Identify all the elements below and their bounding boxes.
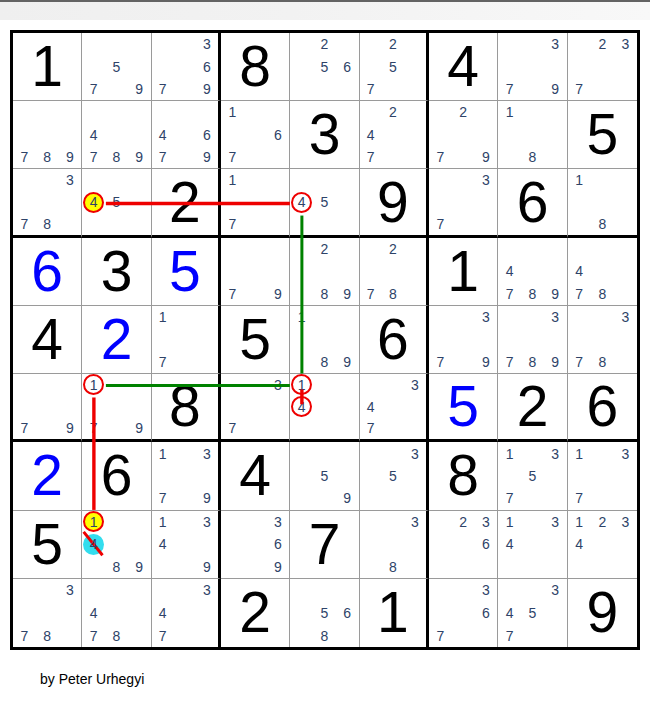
cand-slot-9: 9	[336, 487, 359, 509]
candidate-digit: 9	[551, 354, 559, 370]
candidate-grid: 789	[13, 101, 81, 168]
cand-slot-3	[544, 101, 567, 123]
cand-slot-7: 7	[498, 78, 521, 100]
cand-slot-8	[174, 78, 196, 100]
cell-r3c2[interactable]: 45	[82, 169, 151, 237]
candidate-grid: 35	[360, 442, 426, 509]
cand-slot-6	[614, 55, 637, 77]
cell-r3c3[interactable]: 2	[152, 169, 221, 237]
cand-slot-9	[404, 555, 426, 577]
cand-slot-2: 2	[382, 101, 404, 123]
candidate-digit: 2	[389, 241, 397, 257]
cand-slot-5	[591, 465, 614, 487]
cand-slot-4	[221, 260, 244, 282]
cell-r6c6[interactable]: 347	[360, 374, 429, 442]
cand-slot-6	[128, 396, 151, 418]
candidate-digit: 7	[228, 149, 236, 165]
cand-slot-1	[360, 33, 382, 55]
cand-slot-8: 8	[36, 146, 59, 168]
cell-r9c8[interactable]: 3457	[498, 579, 567, 647]
cell-r8c4[interactable]: 369	[221, 511, 290, 579]
cell-r4c4[interactable]: 79	[221, 238, 290, 306]
cand-slot-6	[128, 533, 151, 555]
cell-r7c1[interactable]: 2	[13, 442, 82, 510]
cand-slot-3: 3	[544, 511, 567, 533]
cell-r8c2[interactable]: 1489	[82, 511, 151, 579]
candidate-digit: 9	[66, 420, 74, 436]
cell-r5c5[interactable]: 189	[290, 306, 359, 374]
cand-slot-5	[36, 396, 59, 418]
cell-r6c8[interactable]: 2	[498, 374, 567, 442]
cand-slot-6	[336, 260, 359, 282]
candidate-digit: 8	[389, 286, 397, 302]
cand-slot-6	[128, 602, 151, 625]
cell-r1c8[interactable]: 379	[498, 33, 567, 101]
cell-r3c8[interactable]: 6	[498, 169, 567, 237]
cand-slot-4: 4	[498, 260, 521, 282]
cand-slot-7: 7	[429, 624, 452, 647]
candidate-grid: 79	[221, 238, 289, 305]
candidate-digit: 1	[90, 377, 98, 393]
cell-r2c3[interactable]: 4679	[152, 101, 221, 169]
cand-slot-8: 8	[382, 282, 404, 304]
cand-slot-9: 9	[267, 555, 290, 577]
candidate-digit: 4	[159, 536, 167, 552]
cand-slot-7: 7	[13, 418, 36, 440]
candidate-digit: 7	[575, 286, 583, 302]
cand-slot-1	[360, 374, 382, 396]
candidate-grid: 257	[360, 33, 426, 100]
candidate-digit: 5	[321, 468, 329, 484]
cand-slot-2	[244, 101, 267, 123]
candidate-grid: 1379	[152, 442, 218, 509]
cand-slot-4	[429, 602, 452, 625]
cell-r7c9[interactable]: 137	[568, 442, 637, 510]
candidate-digit: 7	[506, 354, 514, 370]
candidate-grid: 478	[82, 579, 150, 647]
cand-slot-7: 7	[568, 351, 591, 373]
candidate-grid: 236	[429, 511, 497, 578]
cand-slot-3	[59, 374, 82, 396]
cell-r9c5[interactable]: 568	[290, 579, 359, 647]
cand-slot-6: 6	[267, 124, 290, 146]
cand-slot-8	[174, 351, 196, 373]
cell-r5c4[interactable]: 5	[221, 306, 290, 374]
cand-slot-5	[591, 191, 614, 213]
cell-r1c5[interactable]: 256	[290, 33, 359, 101]
cand-slot-6	[404, 55, 426, 77]
cand-slot-8	[591, 78, 614, 100]
cell-r4c5[interactable]: 289	[290, 238, 359, 306]
cell-r3c1[interactable]: 378	[13, 169, 82, 237]
cell-r5c7[interactable]: 379	[429, 306, 498, 374]
cand-slot-4	[13, 191, 36, 213]
cand-slot-3	[336, 33, 359, 55]
cand-slot-1: 1	[152, 511, 174, 533]
cell-r8c6[interactable]: 38	[360, 511, 429, 579]
cell-r4c6[interactable]: 278	[360, 238, 429, 306]
cell-r6c7[interactable]: 5	[429, 374, 498, 442]
candidate-grid: 14	[290, 374, 358, 439]
cand-slot-2	[244, 169, 267, 191]
cell-r1c2[interactable]: 579	[82, 33, 151, 101]
cand-slot-4: 4	[152, 533, 174, 555]
cell-r5c2[interactable]: 2	[82, 306, 151, 374]
candidate-grid: 1357	[498, 442, 566, 509]
cell-r9c6[interactable]: 1	[360, 579, 429, 647]
given-digit: 1	[377, 584, 409, 641]
cand-slot-7	[290, 418, 313, 440]
candidate-digit: 7	[506, 628, 514, 644]
candidate-grid: 568	[290, 579, 358, 647]
cell-r8c5[interactable]: 7	[290, 511, 359, 579]
cand-slot-5	[591, 533, 614, 555]
cell-r5c1[interactable]: 4	[13, 306, 82, 374]
cand-slot-6	[336, 465, 359, 487]
cell-r8c8[interactable]: 134	[498, 511, 567, 579]
cand-slot-3: 3	[614, 442, 637, 464]
cand-slot-6	[544, 533, 567, 555]
cand-slot-9	[614, 213, 637, 235]
cell-r7c5[interactable]: 59	[290, 442, 359, 510]
cell-r1c9[interactable]: 237	[568, 33, 637, 101]
candidate-digit: 1	[575, 172, 583, 188]
cand-slot-1	[360, 238, 382, 260]
cand-slot-1: 1	[498, 511, 521, 533]
candidate-grid: 247	[360, 101, 426, 168]
cell-r4c9[interactable]: 478	[568, 238, 637, 306]
cand-slot-6	[267, 396, 290, 418]
cand-slot-7	[360, 555, 382, 577]
cand-slot-7	[152, 555, 174, 577]
cand-slot-1: 1	[82, 511, 105, 533]
cell-r2c8[interactable]: 18	[498, 101, 567, 169]
cand-slot-7: 7	[498, 351, 521, 373]
cell-r2c4[interactable]: 167	[221, 101, 290, 169]
cand-slot-1	[429, 579, 452, 602]
candidate-grid: 347	[152, 579, 218, 647]
cell-r3c4[interactable]: 17	[221, 169, 290, 237]
cand-slot-2	[382, 511, 404, 533]
cell-r3c9[interactable]: 18	[568, 169, 637, 237]
cand-slot-4	[360, 533, 382, 555]
cand-slot-7	[290, 487, 313, 509]
given-digit: 6	[517, 174, 549, 231]
cell-r2c9[interactable]: 5	[568, 101, 637, 169]
cand-slot-8	[382, 146, 404, 168]
cand-slot-6	[404, 533, 426, 555]
candidate-grid: 278	[360, 238, 426, 305]
candidate-digit: 7	[159, 490, 167, 506]
cand-slot-4	[221, 396, 244, 418]
cand-slot-9	[544, 146, 567, 168]
cand-slot-3	[336, 374, 359, 396]
cell-r4c2[interactable]: 3	[82, 238, 151, 306]
candidate-grid: 79	[13, 374, 81, 439]
candidate-grid: 45	[82, 169, 150, 234]
candidate-digit: 7	[90, 149, 98, 165]
cand-slot-1: 1	[290, 306, 313, 328]
cand-slot-2	[105, 374, 128, 396]
cand-slot-4	[13, 124, 36, 146]
cand-slot-5	[591, 55, 614, 77]
given-digit: 6	[377, 311, 409, 368]
cell-r7c6[interactable]: 35	[360, 442, 429, 510]
given-digit: 5	[586, 106, 618, 163]
cand-slot-3	[267, 238, 290, 260]
cand-slot-4	[498, 465, 521, 487]
credit-text: by Peter Urhegyi	[40, 671, 144, 687]
cell-r9c4[interactable]: 2	[221, 579, 290, 647]
cand-slot-2: 2	[382, 238, 404, 260]
cell-r8c1[interactable]: 5	[13, 511, 82, 579]
cell-r6c2[interactable]: 179	[82, 374, 151, 442]
candidate-digit: 7	[367, 420, 375, 436]
given-digit: 9	[586, 584, 618, 641]
cand-slot-7: 7	[152, 487, 174, 509]
cand-slot-7: 7	[360, 78, 382, 100]
candidate-digit: 4	[367, 127, 375, 143]
candidate-digit: 7	[436, 628, 444, 644]
cell-r3c6[interactable]: 9	[360, 169, 429, 237]
candidate-digit: 7	[159, 149, 167, 165]
cell-r2c5[interactable]: 3	[290, 101, 359, 169]
cell-r9c1[interactable]: 378	[13, 579, 82, 647]
cand-slot-1	[568, 306, 591, 328]
candidate-grid: 1349	[152, 511, 218, 578]
cell-r1c3[interactable]: 3679	[152, 33, 221, 101]
cand-slot-7	[290, 282, 313, 304]
cand-slot-3	[614, 169, 637, 191]
cand-slot-7	[568, 555, 591, 577]
cand-slot-6: 6	[475, 533, 498, 555]
candidate-digit: 6	[203, 127, 211, 143]
cand-slot-2	[313, 579, 336, 602]
cand-slot-9: 9	[544, 78, 567, 100]
cand-slot-9	[59, 624, 82, 647]
cell-r6c1[interactable]: 79	[13, 374, 82, 442]
candidate-grid: 478	[568, 238, 637, 305]
cand-slot-6	[614, 465, 637, 487]
cand-slot-4	[360, 260, 382, 282]
cand-slot-2	[521, 442, 544, 464]
cell-r4c7[interactable]: 1	[429, 238, 498, 306]
cell-r1c6[interactable]: 257	[360, 33, 429, 101]
cand-slot-2	[313, 374, 336, 396]
cand-slot-5	[521, 260, 544, 282]
cand-slot-2	[174, 579, 196, 602]
cand-slot-8: 8	[591, 213, 614, 235]
cell-r6c9[interactable]: 6	[568, 374, 637, 442]
cand-slot-5: 5	[313, 465, 336, 487]
cell-r1c7[interactable]: 4	[429, 33, 498, 101]
candidate-grid: 134	[498, 511, 566, 578]
cand-slot-9	[404, 418, 426, 440]
cell-r2c6[interactable]: 247	[360, 101, 429, 169]
cand-slot-1	[82, 579, 105, 602]
cand-slot-4	[429, 191, 452, 213]
cand-slot-8: 8	[382, 555, 404, 577]
cell-r9c7[interactable]: 367	[429, 579, 498, 647]
solved-digit: 2	[31, 447, 63, 504]
cell-r2c1[interactable]: 789	[13, 101, 82, 169]
cell-r2c2[interactable]: 4789	[82, 101, 151, 169]
cand-slot-8	[521, 624, 544, 647]
cand-slot-2	[105, 101, 128, 123]
cand-slot-8	[521, 555, 544, 577]
candidate-digit: 1	[575, 446, 583, 462]
candidate-grid: 17	[221, 169, 289, 234]
cand-slot-5	[591, 328, 614, 350]
candidate-digit: 8	[529, 286, 537, 302]
cand-slot-5	[174, 124, 196, 146]
cell-r7c8[interactable]: 1357	[498, 442, 567, 510]
cell-r2c7[interactable]: 279	[429, 101, 498, 169]
cell-r7c7[interactable]: 8	[429, 442, 498, 510]
cand-slot-7	[498, 146, 521, 168]
cand-slot-7	[429, 555, 452, 577]
candidate-digit: 3	[274, 514, 282, 530]
cand-slot-7: 7	[360, 282, 382, 304]
candidate-digit: 7	[228, 216, 236, 232]
cand-slot-3	[336, 306, 359, 328]
cell-r7c4[interactable]: 4	[221, 442, 290, 510]
cand-slot-8	[105, 213, 128, 235]
cand-slot-6	[128, 191, 151, 213]
cell-r8c3[interactable]: 1349	[152, 511, 221, 579]
cell-r6c3[interactable]: 8	[152, 374, 221, 442]
candidate-digit: 4	[575, 536, 583, 552]
cand-slot-1	[498, 306, 521, 328]
cand-slot-1: 1	[568, 511, 591, 533]
cand-slot-8: 8	[521, 351, 544, 373]
candidate-digit: 1	[228, 172, 236, 188]
cand-slot-3: 3	[59, 579, 82, 602]
cand-slot-4	[82, 55, 105, 77]
cell-r7c2[interactable]: 6	[82, 442, 151, 510]
cand-slot-5	[521, 124, 544, 146]
cand-slot-1	[498, 238, 521, 260]
cell-r1c1[interactable]: 1	[13, 33, 82, 101]
cand-slot-5: 5	[382, 55, 404, 77]
cand-slot-5	[452, 124, 475, 146]
cand-slot-4: 4	[290, 191, 313, 213]
cand-slot-6	[614, 533, 637, 555]
cand-slot-4: 4	[82, 124, 105, 146]
cand-slot-8	[452, 213, 475, 235]
cand-slot-5	[174, 465, 196, 487]
cell-r5c3[interactable]: 17	[152, 306, 221, 374]
candidate-digit: 3	[551, 36, 559, 52]
cand-slot-6	[128, 124, 151, 146]
cell-r9c3[interactable]: 347	[152, 579, 221, 647]
cand-slot-2	[521, 238, 544, 260]
cell-r5c9[interactable]: 378	[568, 306, 637, 374]
cand-slot-3	[336, 169, 359, 191]
cell-r7c3[interactable]: 1379	[152, 442, 221, 510]
cell-r4c1[interactable]: 6	[13, 238, 82, 306]
cand-slot-2	[244, 374, 267, 396]
cell-r9c2[interactable]: 478	[82, 579, 151, 647]
candidate-digit: 3	[551, 582, 559, 598]
cand-slot-8: 8	[105, 624, 128, 647]
cand-slot-9: 9	[336, 351, 359, 373]
cand-slot-9	[404, 146, 426, 168]
cell-r3c7[interactable]: 37	[429, 169, 498, 237]
cand-slot-5	[244, 124, 267, 146]
cell-r1c4[interactable]: 8	[221, 33, 290, 101]
cand-slot-1	[568, 238, 591, 260]
given-digit: 8	[169, 378, 201, 435]
candidate-digit: 3	[203, 514, 211, 530]
cand-slot-6	[59, 602, 82, 625]
candidate-digit: 3	[411, 446, 419, 462]
cand-slot-3	[128, 579, 151, 602]
candidate-grid: 379	[429, 306, 497, 373]
cell-r6c5[interactable]: 14	[290, 374, 359, 442]
cand-slot-3	[336, 238, 359, 260]
cand-slot-6	[196, 602, 218, 625]
cand-slot-1: 1	[82, 374, 105, 396]
cell-r5c8[interactable]: 3789	[498, 306, 567, 374]
cand-slot-6: 6	[336, 602, 359, 625]
cand-slot-4: 4	[360, 124, 382, 146]
cand-slot-6	[196, 465, 218, 487]
cand-slot-9	[544, 487, 567, 509]
cand-slot-4	[429, 533, 452, 555]
cand-slot-9	[475, 213, 498, 235]
cell-r6c4[interactable]: 37	[221, 374, 290, 442]
cand-slot-1: 1	[152, 306, 174, 328]
cand-slot-8	[244, 418, 267, 440]
candidate-digit: 3	[482, 309, 490, 325]
cell-r3c5[interactable]: 45	[290, 169, 359, 237]
cell-r5c6[interactable]: 6	[360, 306, 429, 374]
cand-slot-2	[174, 442, 196, 464]
cand-slot-5: 5	[105, 55, 128, 77]
cand-slot-4	[290, 55, 313, 77]
candidate-digit: 4	[90, 605, 98, 621]
cand-slot-7: 7	[360, 418, 382, 440]
candidate-digit: 4	[90, 127, 98, 143]
cand-slot-3: 3	[544, 442, 567, 464]
candidate-digit: 6	[274, 536, 282, 552]
cand-slot-2	[452, 306, 475, 328]
cand-slot-9	[404, 78, 426, 100]
candidate-digit: 1	[159, 446, 167, 462]
cell-r8c9[interactable]: 1234	[568, 511, 637, 579]
cell-r8c7[interactable]: 236	[429, 511, 498, 579]
cand-slot-3	[128, 101, 151, 123]
cand-slot-1	[290, 238, 313, 260]
cand-slot-1	[498, 33, 521, 55]
cand-slot-4: 4	[82, 191, 105, 213]
candidate-digit: 3	[203, 446, 211, 462]
cand-slot-9	[614, 351, 637, 373]
cand-slot-5	[244, 533, 267, 555]
cand-slot-4	[568, 328, 591, 350]
cand-slot-3	[475, 101, 498, 123]
candidate-grid: 378	[13, 169, 81, 234]
cand-slot-4: 4	[498, 602, 521, 625]
cand-slot-5	[591, 260, 614, 282]
cell-r9c9[interactable]: 9	[568, 579, 637, 647]
cell-r4c8[interactable]: 4789	[498, 238, 567, 306]
cell-r4c3[interactable]: 5	[152, 238, 221, 306]
candidate-digit: 9	[135, 420, 143, 436]
cand-slot-4	[290, 260, 313, 282]
cand-slot-9	[614, 282, 637, 304]
